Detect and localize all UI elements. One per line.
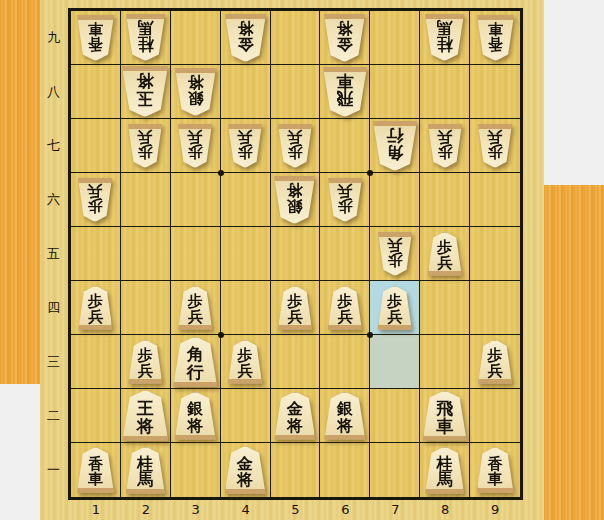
board-cell[interactable] (271, 11, 321, 65)
piece-gold-general[interactable]: 金将 (274, 392, 315, 440)
file-label: 9 (470, 500, 520, 518)
board-cell[interactable]: 玉将 (121, 65, 171, 119)
piece-lance[interactable]: 香車 (77, 15, 114, 61)
piece-rook[interactable]: 飛車 (323, 67, 367, 117)
board-cell[interactable]: 歩兵 (470, 335, 520, 389)
piece-pawn[interactable]: 歩兵 (228, 124, 262, 168)
board-cell[interactable] (320, 227, 370, 281)
piece-pawn[interactable]: 歩兵 (78, 178, 112, 222)
piece-lance[interactable]: 香車 (77, 447, 114, 493)
board-cell[interactable]: 香車 (71, 11, 121, 65)
file-label: 4 (221, 500, 271, 518)
piece-silver-general[interactable]: 銀将 (175, 68, 216, 116)
board-cell[interactable] (271, 65, 321, 119)
board-cell[interactable]: 銀将 (320, 389, 370, 443)
piece-silver-general[interactable]: 銀将 (274, 176, 315, 224)
board-cell[interactable] (420, 335, 470, 389)
shogi-board: 香車桂馬金将金将桂馬香車玉将銀将飛車歩兵歩兵歩兵歩兵角行歩兵歩兵歩兵銀将歩兵歩兵… (68, 8, 523, 500)
board-cell[interactable]: 桂馬 (420, 11, 470, 65)
board-cell[interactable] (221, 173, 271, 227)
board-cell[interactable] (470, 227, 520, 281)
board-cell[interactable]: 飛車 (420, 389, 470, 443)
board-cell[interactable]: 銀将 (271, 173, 321, 227)
board-cell[interactable] (370, 443, 420, 497)
board-cell[interactable]: 金将 (221, 11, 271, 65)
rank-label: 八 (40, 65, 67, 119)
piece-pawn[interactable]: 歩兵 (428, 124, 462, 168)
board-cell[interactable]: 歩兵 (320, 173, 370, 227)
piece-pawn[interactable]: 歩兵 (228, 340, 262, 384)
piece-pawn[interactable]: 歩兵 (78, 286, 112, 330)
board-cell[interactable]: 歩兵 (221, 335, 271, 389)
rank-label: 三 (40, 335, 67, 389)
board-cell[interactable]: 角行 (370, 119, 420, 173)
piece-pawn[interactable]: 歩兵 (478, 340, 512, 384)
board-cell[interactable] (171, 11, 221, 65)
board-cell[interactable] (171, 173, 221, 227)
board-cell[interactable]: 歩兵 (420, 227, 470, 281)
board-cell[interactable] (71, 389, 121, 443)
board-cell[interactable]: 桂馬 (121, 11, 171, 65)
piece-pawn[interactable]: 歩兵 (128, 340, 162, 384)
board-cell[interactable] (71, 119, 121, 173)
rank-label: 二 (40, 389, 67, 443)
board-cell[interactable] (171, 227, 221, 281)
piece-pawn[interactable]: 歩兵 (328, 178, 362, 222)
board-cell[interactable] (420, 173, 470, 227)
piece-knight[interactable]: 桂馬 (126, 14, 165, 61)
board-cell[interactable] (71, 227, 121, 281)
board-cell[interactable] (71, 65, 121, 119)
board-cell[interactable] (221, 389, 271, 443)
board-cell[interactable] (271, 335, 321, 389)
board-cell[interactable] (171, 443, 221, 497)
piece-bishop[interactable]: 角行 (173, 337, 217, 387)
file-label: 7 (370, 500, 420, 518)
board-cell[interactable] (370, 335, 420, 389)
star-point (218, 170, 224, 176)
piece-king[interactable]: 王将 (122, 390, 168, 441)
board-cell[interactable]: 角行 (171, 335, 221, 389)
board-cell[interactable]: 香車 (470, 443, 520, 497)
piece-lance[interactable]: 香車 (477, 447, 514, 493)
piece-pawn[interactable]: 歩兵 (378, 232, 412, 276)
board-cell[interactable]: 歩兵 (370, 227, 420, 281)
board-cell[interactable]: 歩兵 (121, 335, 171, 389)
piece-silver-general[interactable]: 銀将 (324, 392, 365, 440)
board-cell[interactable]: 銀将 (171, 389, 221, 443)
board-cell[interactable]: 歩兵 (71, 173, 121, 227)
board-cell[interactable]: 金将 (320, 11, 370, 65)
file-label: 2 (121, 500, 171, 518)
board-cell[interactable]: 飛車 (320, 65, 370, 119)
rank-labels: 九八七六五四三二一 (40, 11, 67, 497)
piece-bishop[interactable]: 角行 (373, 121, 417, 171)
board-cell[interactable] (121, 227, 171, 281)
board-cell[interactable]: 銀将 (171, 65, 221, 119)
board-cell[interactable] (221, 65, 271, 119)
rank-label: 六 (40, 173, 67, 227)
board-cell[interactable] (370, 173, 420, 227)
board-cell[interactable]: 歩兵 (121, 119, 171, 173)
piece-lance[interactable]: 香車 (477, 15, 514, 61)
file-label: 1 (71, 500, 121, 518)
board-cell[interactable] (470, 389, 520, 443)
star-point (218, 332, 224, 338)
piece-pawn[interactable]: 歩兵 (378, 286, 412, 330)
file-labels: 123456789 (71, 500, 520, 518)
board-cell[interactable]: 歩兵 (470, 119, 520, 173)
board-cell[interactable] (320, 335, 370, 389)
board-cell[interactable]: 歩兵 (171, 281, 221, 335)
rank-label: 七 (40, 119, 67, 173)
board-cell[interactable] (121, 281, 171, 335)
board-cell[interactable] (320, 119, 370, 173)
board-cell[interactable]: 歩兵 (370, 281, 420, 335)
board-cell[interactable] (71, 335, 121, 389)
board-cell[interactable] (221, 227, 271, 281)
piece-pawn[interactable]: 歩兵 (428, 232, 462, 276)
piece-pawn[interactable]: 歩兵 (478, 124, 512, 168)
file-label: 6 (320, 500, 370, 518)
board-cell[interactable]: 桂馬 (121, 443, 171, 497)
board-cell[interactable]: 歩兵 (71, 281, 121, 335)
star-point (367, 332, 373, 338)
board-cell[interactable] (121, 173, 171, 227)
file-label: 5 (271, 500, 321, 518)
board-cell[interactable] (470, 173, 520, 227)
rank-label: 九 (40, 11, 67, 65)
rank-label: 五 (40, 227, 67, 281)
piece-pawn[interactable]: 歩兵 (278, 286, 312, 330)
board-cell[interactable] (470, 65, 520, 119)
piece-pawn[interactable]: 歩兵 (128, 124, 162, 168)
board-cell[interactable]: 歩兵 (271, 119, 321, 173)
board-cell[interactable] (221, 281, 271, 335)
board-cell[interactable]: 香車 (71, 443, 121, 497)
board-cell[interactable] (370, 389, 420, 443)
piece-king[interactable]: 玉将 (122, 66, 168, 117)
board-cell[interactable]: 香車 (470, 11, 520, 65)
board-cell[interactable]: 金将 (221, 443, 271, 497)
piece-pawn[interactable]: 歩兵 (278, 124, 312, 168)
board-cell[interactable]: 歩兵 (420, 119, 470, 173)
board-cell[interactable]: 歩兵 (271, 281, 321, 335)
piece-pawn[interactable]: 歩兵 (178, 286, 212, 330)
board-cell[interactable]: 歩兵 (320, 281, 370, 335)
board-cell[interactable] (420, 65, 470, 119)
board-cell[interactable] (420, 281, 470, 335)
file-label: 8 (420, 500, 470, 518)
board-cell[interactable]: 歩兵 (221, 119, 271, 173)
board-cell[interactable]: 王将 (121, 389, 171, 443)
rank-label: 一 (40, 443, 67, 497)
piece-knight[interactable]: 桂馬 (425, 14, 464, 61)
right-wood-panel (544, 185, 604, 520)
piece-pawn[interactable]: 歩兵 (178, 124, 212, 168)
board-cell[interactable]: 桂馬 (420, 443, 470, 497)
piece-knight[interactable]: 桂馬 (126, 447, 165, 494)
file-label: 3 (171, 500, 221, 518)
rank-label: 四 (40, 281, 67, 335)
board-cell[interactable] (370, 65, 420, 119)
piece-gold-general[interactable]: 金将 (324, 14, 365, 62)
board-cell[interactable] (470, 281, 520, 335)
board-cell[interactable] (320, 443, 370, 497)
piece-gold-general[interactable]: 金将 (225, 446, 266, 494)
board-cell[interactable] (271, 227, 321, 281)
piece-knight[interactable]: 桂馬 (425, 447, 464, 494)
piece-silver-general[interactable]: 銀将 (175, 392, 216, 440)
board-cell[interactable] (271, 443, 321, 497)
board-cell[interactable]: 金将 (271, 389, 321, 443)
board-cell[interactable]: 歩兵 (171, 119, 221, 173)
board-cell[interactable] (370, 11, 420, 65)
piece-pawn[interactable]: 歩兵 (328, 286, 362, 330)
piece-rook[interactable]: 飛車 (423, 391, 467, 441)
piece-gold-general[interactable]: 金将 (225, 14, 266, 62)
star-point (367, 170, 373, 176)
left-wood-panel (0, 0, 40, 384)
